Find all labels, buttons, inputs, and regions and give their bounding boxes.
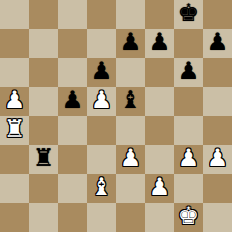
black-bishop-icon[interactable]: ♝ [120, 86, 142, 115]
square-g2[interactable] [174, 174, 203, 203]
square-d2[interactable]: ♝ [87, 174, 116, 203]
square-b4[interactable] [29, 116, 58, 145]
square-b3[interactable]: ♜ [29, 145, 58, 174]
black-king-icon[interactable]: ♚ [178, 0, 200, 28]
square-h6[interactable] [203, 58, 232, 87]
square-a5[interactable]: ♟ [0, 87, 29, 116]
square-b7[interactable] [29, 29, 58, 58]
square-h3[interactable]: ♟ [203, 145, 232, 174]
square-a4[interactable]: ♜ [0, 116, 29, 145]
square-b1[interactable] [29, 203, 58, 232]
white-bishop-icon[interactable]: ♝ [91, 173, 113, 202]
square-g3[interactable]: ♟ [174, 145, 203, 174]
white-pawn-icon[interactable]: ♟ [91, 86, 113, 115]
square-e5[interactable]: ♝ [116, 87, 145, 116]
square-h5[interactable] [203, 87, 232, 116]
square-f3[interactable] [145, 145, 174, 174]
square-a8[interactable] [0, 0, 29, 29]
black-pawn-icon[interactable]: ♟ [207, 28, 229, 57]
white-king-icon[interactable]: ♚ [178, 202, 200, 231]
square-d8[interactable] [87, 0, 116, 29]
square-h8[interactable] [203, 0, 232, 29]
square-d6[interactable]: ♟ [87, 58, 116, 87]
black-rook-icon[interactable]: ♜ [33, 144, 55, 173]
square-c4[interactable] [58, 116, 87, 145]
square-c5[interactable]: ♟ [58, 87, 87, 116]
square-e4[interactable] [116, 116, 145, 145]
square-e8[interactable] [116, 0, 145, 29]
square-f4[interactable] [145, 116, 174, 145]
square-a7[interactable] [0, 29, 29, 58]
white-pawn-icon[interactable]: ♟ [178, 144, 200, 173]
square-c7[interactable] [58, 29, 87, 58]
square-d4[interactable] [87, 116, 116, 145]
black-pawn-icon[interactable]: ♟ [149, 28, 171, 57]
black-pawn-icon[interactable]: ♟ [120, 28, 142, 57]
square-e6[interactable] [116, 58, 145, 87]
square-h1[interactable] [203, 203, 232, 232]
square-f1[interactable] [145, 203, 174, 232]
square-f6[interactable] [145, 58, 174, 87]
square-h7[interactable]: ♟ [203, 29, 232, 58]
square-c3[interactable] [58, 145, 87, 174]
square-a6[interactable] [0, 58, 29, 87]
square-e7[interactable]: ♟ [116, 29, 145, 58]
square-e1[interactable] [116, 203, 145, 232]
chess-board: ♚♟♟♟♟♟♟♟♟♝♜♜♟♟♟♝♟♚ [0, 0, 232, 232]
square-c8[interactable] [58, 0, 87, 29]
square-f7[interactable]: ♟ [145, 29, 174, 58]
square-e2[interactable] [116, 174, 145, 203]
black-pawn-icon[interactable]: ♟ [62, 86, 84, 115]
square-e3[interactable]: ♟ [116, 145, 145, 174]
white-pawn-icon[interactable]: ♟ [149, 173, 171, 202]
square-g4[interactable] [174, 116, 203, 145]
square-c6[interactable] [58, 58, 87, 87]
square-a1[interactable] [0, 203, 29, 232]
white-pawn-icon[interactable]: ♟ [120, 144, 142, 173]
square-a2[interactable] [0, 174, 29, 203]
white-pawn-icon[interactable]: ♟ [4, 86, 26, 115]
square-b2[interactable] [29, 174, 58, 203]
black-pawn-icon[interactable]: ♟ [91, 57, 113, 86]
square-d5[interactable]: ♟ [87, 87, 116, 116]
square-d1[interactable] [87, 203, 116, 232]
square-g1[interactable]: ♚ [174, 203, 203, 232]
square-d3[interactable] [87, 145, 116, 174]
square-b8[interactable] [29, 0, 58, 29]
white-pawn-icon[interactable]: ♟ [207, 144, 229, 173]
square-h2[interactable] [203, 174, 232, 203]
square-c2[interactable] [58, 174, 87, 203]
square-f2[interactable]: ♟ [145, 174, 174, 203]
square-g6[interactable]: ♟ [174, 58, 203, 87]
square-f8[interactable] [145, 0, 174, 29]
square-a3[interactable] [0, 145, 29, 174]
square-d7[interactable] [87, 29, 116, 58]
black-pawn-icon[interactable]: ♟ [178, 57, 200, 86]
square-c1[interactable] [58, 203, 87, 232]
square-b6[interactable] [29, 58, 58, 87]
square-b5[interactable] [29, 87, 58, 116]
square-g7[interactable] [174, 29, 203, 58]
square-g5[interactable] [174, 87, 203, 116]
white-rook-icon[interactable]: ♜ [4, 115, 26, 144]
square-h4[interactable] [203, 116, 232, 145]
square-g8[interactable]: ♚ [174, 0, 203, 29]
square-f5[interactable] [145, 87, 174, 116]
